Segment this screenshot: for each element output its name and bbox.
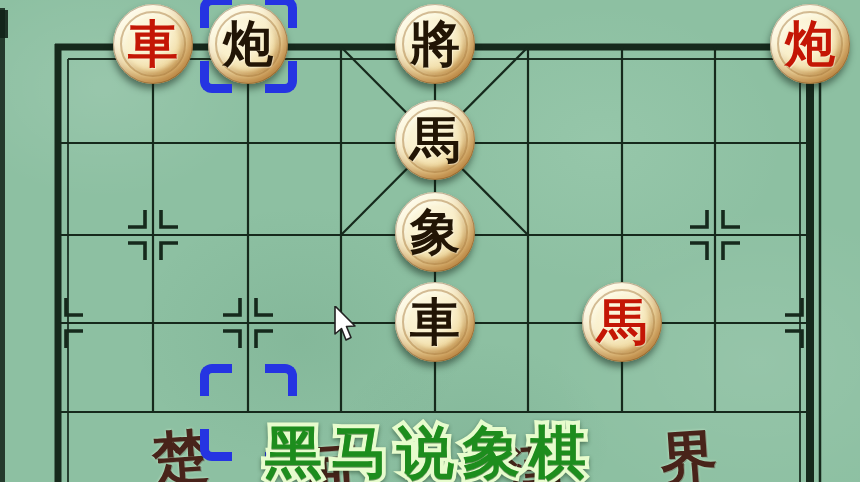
video-left-edge bbox=[0, 8, 5, 482]
bracket-corner-bl bbox=[200, 61, 232, 93]
bracket-corner-tr bbox=[265, 364, 297, 396]
piece-glyph: 象 bbox=[410, 207, 460, 257]
piece-red-chariot[interactable]: 車 bbox=[113, 4, 193, 84]
piece-glyph: 馬 bbox=[410, 115, 460, 165]
piece-glyph: 車 bbox=[410, 297, 460, 347]
piece-glyph: 炮 bbox=[785, 19, 835, 69]
river-label-jie: 界 bbox=[658, 426, 719, 482]
overlay-title-text: 黑马说象棋 bbox=[265, 419, 595, 482]
selection-bracket-destination bbox=[200, 0, 297, 93]
piece-black-horse[interactable]: 馬 bbox=[395, 100, 475, 180]
bracket-corner-br bbox=[265, 61, 297, 93]
piece-red-cannon[interactable]: 炮 bbox=[770, 4, 850, 84]
bracket-corner-bl bbox=[200, 429, 232, 461]
xiangqi-board-screen: 楚 河 漢 界 車炮將炮馬象車馬 黑马说象棋 黑马说象棋 bbox=[0, 0, 860, 482]
piece-black-general[interactable]: 將 bbox=[395, 4, 475, 84]
bracket-corner-tr bbox=[265, 0, 297, 28]
piece-glyph: 車 bbox=[128, 19, 178, 69]
piece-glyph: 馬 bbox=[597, 297, 647, 347]
video-left-edge-notch bbox=[0, 10, 8, 38]
piece-glyph: 將 bbox=[410, 19, 460, 69]
piece-black-elephant[interactable]: 象 bbox=[395, 192, 475, 272]
overlay-title: 黑马说象棋 黑马说象棋 bbox=[265, 424, 595, 481]
piece-black-chariot[interactable]: 車 bbox=[395, 282, 475, 362]
piece-red-horse[interactable]: 馬 bbox=[582, 282, 662, 362]
bracket-corner-tl bbox=[200, 0, 232, 28]
bracket-corner-tl bbox=[200, 364, 232, 396]
mouse-cursor-icon bbox=[334, 306, 360, 342]
